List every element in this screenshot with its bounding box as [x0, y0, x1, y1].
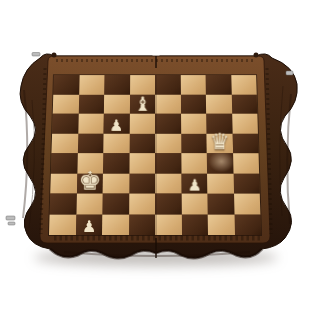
board-square-b6 [78, 114, 104, 134]
piece-white-king: ♚ [76, 168, 102, 194]
board-square-a6 [52, 114, 78, 134]
board-square-f8 [180, 75, 206, 94]
board-square-a3 [50, 173, 77, 193]
corner-knob-right [254, 53, 259, 58]
board-square-a7 [53, 94, 79, 113]
board-square-d3 [129, 173, 155, 193]
board-square-g4 [207, 153, 233, 173]
board-square-f2 [181, 194, 207, 215]
board-square-b5 [77, 133, 103, 153]
board-square-a2 [50, 194, 77, 215]
board-square-c6: ♟ [104, 114, 130, 134]
board-square-h6 [232, 114, 258, 134]
board-square-h3 [233, 173, 260, 193]
corner-knob-left [52, 53, 57, 58]
board-square-c2 [102, 194, 128, 215]
board-square-b1: ♟ [76, 214, 103, 235]
board-square-d5 [129, 133, 155, 153]
board-square-e6 [155, 114, 181, 134]
piece-white-bishop: ♝ [129, 94, 155, 113]
board-square-e7 [155, 94, 181, 113]
piece-white-pawn: ♟ [76, 219, 103, 235]
piece-white-queen: ♛ [207, 131, 233, 153]
board-square-a1 [49, 214, 76, 235]
board-square-c4 [103, 153, 129, 173]
board-square-h2 [234, 194, 261, 215]
board-square-c1 [102, 214, 129, 235]
board-square-h4 [233, 153, 259, 173]
piece-white-pawn: ♟ [104, 118, 130, 134]
board-square-f4 [181, 153, 207, 173]
board-square-d8 [130, 75, 155, 94]
metal-hinge-pin-right [286, 71, 293, 75]
board-square-b7 [78, 94, 104, 113]
board-square-d4 [129, 153, 155, 173]
board-square-g2 [207, 194, 234, 215]
board-square-d1 [129, 214, 156, 235]
metal-clasp-left-b [8, 222, 15, 225]
board-square-c3 [103, 173, 129, 193]
board-square-c7 [104, 94, 130, 113]
board-square-g3 [207, 173, 233, 193]
board-square-b3: ♚ [76, 173, 102, 193]
board-square-d6 [129, 114, 155, 134]
board-square-c8 [104, 75, 130, 94]
board-square-f5 [181, 133, 207, 153]
board-square-b2 [76, 194, 103, 215]
board-square-f3: ♟ [181, 173, 207, 193]
board-square-g8 [206, 75, 232, 94]
board-square-e8 [155, 75, 180, 94]
board-square-e1 [155, 214, 182, 235]
board-square-f1 [181, 214, 208, 235]
board-square-c5 [103, 133, 129, 153]
chess-set-photo: ♝♟♛♚♟♟ [4, 48, 306, 274]
board-square-e2 [155, 194, 181, 215]
board-square-g1 [208, 214, 235, 235]
board-square-d7: ♝ [129, 94, 155, 113]
board-square-e5 [155, 133, 181, 153]
metal-clasp-left-a [6, 216, 15, 220]
board-square-d2 [129, 194, 155, 215]
board-square-h1 [234, 214, 261, 235]
chess-board: ♝♟♛♚♟♟ [49, 75, 261, 235]
board-square-e3 [155, 173, 181, 193]
board-square-h8 [231, 75, 257, 94]
piece-white-pawn: ♟ [181, 178, 207, 194]
board-square-g5: ♛ [206, 133, 232, 153]
board-square-a8 [53, 75, 79, 94]
board-square-a5 [52, 133, 78, 153]
board-square-f7 [180, 94, 206, 113]
board-square-h5 [232, 133, 258, 153]
board-square-g7 [206, 94, 232, 113]
board-square-h7 [231, 94, 257, 113]
metal-hook-top-left [32, 53, 40, 57]
board-square-f6 [181, 114, 207, 134]
board-square-b8 [79, 75, 105, 94]
board-square-e4 [155, 153, 181, 173]
board-square-a4 [51, 153, 77, 173]
